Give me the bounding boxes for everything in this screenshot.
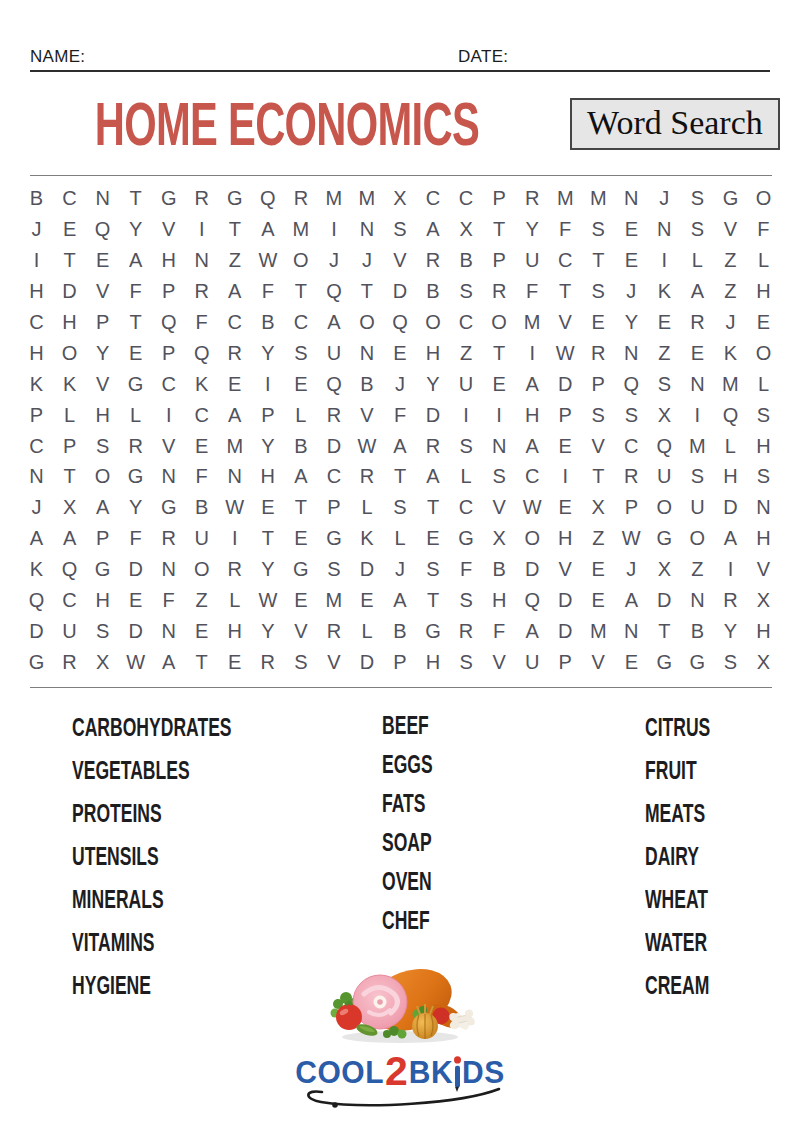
grid-cell: Y (129, 497, 142, 517)
grid-cell: G (293, 559, 309, 579)
grid-cell: K (195, 374, 208, 394)
grid-cell: S (294, 652, 307, 672)
grid-cell: G (227, 188, 243, 208)
grid-cell: C (459, 188, 473, 208)
grid-cell: S (592, 281, 605, 301)
grid-cell: T (130, 312, 142, 332)
grid-cell: L (361, 621, 372, 641)
grid-cell: O (524, 528, 540, 548)
grid-cell: Z (691, 559, 703, 579)
grid-cell: T (295, 497, 307, 517)
grid-cell: P (625, 497, 638, 517)
grid-cell: P (63, 436, 76, 456)
grid-cell: H (62, 312, 76, 332)
grid-cell: N (624, 343, 638, 363)
grid-cell: N (360, 343, 374, 363)
grid-cell: V (724, 219, 737, 239)
grid-cell: Y (129, 219, 142, 239)
grid-cell: T (262, 528, 274, 548)
name-label: NAME: (30, 47, 85, 67)
grid-cell: S (691, 466, 704, 486)
grid-cell: A (393, 590, 406, 610)
grid-cell: G (29, 652, 45, 672)
grid-cell: Z (592, 528, 604, 548)
grid-cell: K (360, 528, 373, 548)
grid-cell: T (493, 343, 505, 363)
word-label: WHEAT (645, 884, 708, 915)
grid-cell: H (492, 590, 506, 610)
grid-cell: G (95, 559, 111, 579)
grid-cell: M (326, 188, 343, 208)
grid-cell: S (625, 405, 638, 425)
grid-cell: C (327, 466, 341, 486)
grid-cell: A (525, 374, 538, 394)
grid-cell: V (96, 374, 109, 394)
grid-cell: A (525, 436, 538, 456)
grid-cell: E (195, 621, 208, 641)
grid-cell: C (294, 312, 308, 332)
grid-cell: C (29, 312, 43, 332)
grid-cell: Y (261, 621, 274, 641)
grid-cell: H (756, 281, 770, 301)
brand-logo: COOL2BKIDS (0, 1049, 800, 1110)
grid-cell: P (162, 343, 175, 363)
logo-bk: BK (409, 1057, 453, 1089)
grid-cell: P (162, 281, 175, 301)
grid-cell: R (426, 436, 440, 456)
grid-cell: Z (196, 590, 208, 610)
grid-cell: D (29, 621, 43, 641)
grid-cell: P (592, 374, 605, 394)
grid-cell: A (96, 497, 109, 517)
grid-cell: V (592, 436, 605, 456)
grid-cell: Q (62, 559, 78, 579)
grid-cell: E (757, 312, 770, 332)
grid-cell: L (758, 374, 769, 394)
word-list-item: CHEF (382, 901, 447, 940)
grid-cell: E (592, 559, 605, 579)
grid-cell: R (261, 652, 275, 672)
grid-cell: T (361, 281, 373, 301)
grid-cell: M (689, 436, 706, 456)
grid-cell: D (360, 652, 374, 672)
grid-cell: F (460, 559, 472, 579)
grid-cell: U (525, 652, 539, 672)
grid-cell: V (96, 281, 109, 301)
grid-cell: Z (658, 343, 670, 363)
grid-cell: S (691, 219, 704, 239)
grid-cell: I (529, 343, 535, 363)
grid-cell: N (161, 621, 175, 641)
grid-cell: R (492, 281, 506, 301)
grid-cell: M (590, 621, 607, 641)
grid-cell: V (559, 559, 572, 579)
grid-cell: B (360, 374, 373, 394)
grid-cell: N (492, 436, 506, 456)
grid-cell: G (128, 466, 144, 486)
grid-cell: D (723, 497, 737, 517)
grid-cell: G (326, 528, 342, 548)
grid-cell: D (426, 405, 440, 425)
word-label: HYGIENE (72, 970, 151, 1001)
grid-cell: H (426, 343, 440, 363)
grid-cell: V (592, 652, 605, 672)
grid-cell: U (62, 621, 76, 641)
grid-cell: H (756, 621, 770, 641)
grid-cell: M (722, 374, 739, 394)
grid-cell: S (492, 466, 505, 486)
word-list-item: WATER (645, 921, 729, 964)
grid-cell: O (293, 250, 309, 270)
grid-cell: G (161, 188, 177, 208)
grid-cell: C (62, 188, 76, 208)
grid-cell: W (126, 652, 145, 672)
grid-cell: E (691, 343, 704, 363)
grid-cell: N (161, 466, 175, 486)
grid-cell: W (523, 497, 542, 517)
grid-cell: C (62, 590, 76, 610)
grid-cell: E (592, 312, 605, 332)
word-search-grid: BCNTGRGQRMMXCCPRMMNJSGOJEQYVITAMINSAXTYF… (20, 183, 780, 678)
grid-cell: S (393, 219, 406, 239)
grid-cell: G (128, 374, 144, 394)
grid-cell: E (129, 590, 142, 610)
grid-cell: W (258, 590, 277, 610)
grid-cell: W (358, 436, 377, 456)
word-list-item: CARBOHYDRATES (72, 706, 277, 749)
grid-cell: A (228, 405, 241, 425)
grid-cell: Y (261, 559, 274, 579)
grid-cell: B (30, 188, 43, 208)
grid-cell: C (459, 312, 473, 332)
grid-cell: G (161, 497, 177, 517)
grid-cell: B (691, 621, 704, 641)
grid-cell: C (29, 436, 43, 456)
grid-cell: S (757, 405, 770, 425)
grid-cell: X (757, 590, 770, 610)
grid-cell: J (626, 559, 636, 579)
grid-cell: N (95, 188, 109, 208)
grid-cell: F (196, 466, 208, 486)
grid-cell: L (361, 497, 372, 517)
grid-cell: V (162, 219, 175, 239)
grid-cell: A (294, 466, 307, 486)
grid-cell: N (756, 497, 770, 517)
grid-cell: N (624, 621, 638, 641)
grid-cell: S (393, 497, 406, 517)
grid-cell: D (525, 559, 539, 579)
word-list-column-2: BEEFEGGSFATSSOAPOVENCHEF (382, 706, 447, 940)
grid-cell: T (63, 466, 75, 486)
grid-cell: E (96, 250, 109, 270)
grid-cell: Q (194, 343, 210, 363)
grid-cell: E (592, 590, 605, 610)
grid-cell: T (63, 250, 75, 270)
grid-cell: V (393, 250, 406, 270)
grid-cell: E (228, 374, 241, 394)
grid-cell: B (492, 559, 505, 579)
grid-cell: Y (261, 436, 274, 456)
grid-cell: T (592, 250, 604, 270)
grid-cell: E (559, 497, 572, 517)
grid-cell: L (394, 528, 405, 548)
grid-cell: B (261, 312, 274, 332)
title-row: HOME ECONOMICS Word Search (0, 94, 800, 154)
grid-cell: D (558, 590, 572, 610)
word-label: OVEN (382, 866, 432, 897)
grid-cell: O (657, 497, 673, 517)
grid-cell: E (625, 250, 638, 270)
grid-cell: W (556, 343, 575, 363)
grid-cell: L (725, 436, 736, 456)
grid-cell: F (163, 590, 175, 610)
grid-cell: R (690, 312, 704, 332)
grid-cell: T (130, 188, 142, 208)
grid-cell: E (360, 590, 373, 610)
grid-cell: F (130, 528, 142, 548)
grid-cell: J (659, 188, 669, 208)
grid-cell: V (757, 559, 770, 579)
grid-cell: F (757, 219, 769, 239)
grid-cell: N (195, 250, 209, 270)
grid-cell: R (624, 466, 638, 486)
date-label: DATE: (458, 47, 508, 67)
word-label: PROTEINS (72, 798, 162, 829)
grid-cell: R (62, 652, 76, 672)
grid-cell: O (359, 312, 375, 332)
word-list-item: CITRUS (645, 706, 729, 749)
grid-cell: R (128, 436, 142, 456)
grid-cell: K (724, 343, 737, 363)
grid-cell: V (492, 652, 505, 672)
grid-cell: N (29, 466, 43, 486)
grid-cell: E (559, 436, 572, 456)
grid-cell: V (360, 405, 373, 425)
grid-cell: Q (260, 188, 276, 208)
grid-cell: H (723, 466, 737, 486)
grid-cell: Q (723, 405, 739, 425)
grid-cell: D (128, 621, 142, 641)
grid-cell: B (459, 250, 472, 270)
grid-cell: L (295, 405, 306, 425)
logo-two: 2 (385, 1051, 408, 1092)
grid-cell: Q (657, 436, 673, 456)
word-label: MINERALS (72, 884, 164, 915)
word-list-item: UTENSILS (72, 835, 277, 878)
grid-cell: O (62, 343, 78, 363)
word-list-item: VEGETABLES (72, 749, 277, 792)
grid-cell: C (459, 497, 473, 517)
grid-cell: W (225, 497, 244, 517)
word-label: UTENSILS (72, 841, 159, 872)
grid-cell: T (658, 621, 670, 641)
word-list-item: MINERALS (72, 878, 277, 921)
grid-cell: S (459, 436, 472, 456)
grid-cell: U (525, 250, 539, 270)
grid-cell: A (393, 436, 406, 456)
grid-cell: P (96, 312, 109, 332)
word-list-item: HYGIENE (72, 964, 277, 1007)
grid-cell: E (129, 343, 142, 363)
grid-cell: W (622, 528, 641, 548)
grid-cell: G (425, 621, 441, 641)
grid-cell: C (624, 436, 638, 456)
grid-cell: J (626, 281, 636, 301)
ham-vegetables-illustration (322, 956, 482, 1046)
grid-cell: I (562, 466, 568, 486)
word-label: CHEF (382, 905, 430, 936)
word-list-item: BEEF (382, 706, 447, 745)
grid-cell: K (30, 374, 43, 394)
grid-cell: H (756, 436, 770, 456)
grid-cell: S (691, 188, 704, 208)
grid-cell: L (130, 405, 141, 425)
grid-cell: R (195, 281, 209, 301)
grid-cell: A (63, 528, 76, 548)
word-search-badge: Word Search (570, 98, 780, 150)
grid-cell: F (559, 219, 571, 239)
grid-cell: S (459, 590, 472, 610)
grid-cell: A (327, 312, 340, 332)
word-label: CITRUS (645, 712, 710, 743)
grid-cell: N (690, 590, 704, 610)
grid-cell: P (30, 405, 43, 425)
grid-cell: T (493, 219, 505, 239)
grid-cell: Y (261, 343, 274, 363)
grid-cell: R (161, 528, 175, 548)
grid-cell: S (724, 652, 737, 672)
grid-cell: Y (724, 621, 737, 641)
grid-cell: X (658, 559, 671, 579)
grid-cell: R (723, 590, 737, 610)
grid-cell: N (161, 559, 175, 579)
grid-cell: I (331, 219, 337, 239)
word-label: BEEF (382, 710, 429, 741)
grid-cell: A (162, 652, 175, 672)
grid-cell: I (232, 528, 238, 548)
grid-cell: O (491, 312, 507, 332)
grid-cell: D (558, 374, 572, 394)
grid-cell: I (166, 405, 172, 425)
word-list-item: WHEAT (645, 878, 729, 921)
grid-cell: A (426, 466, 439, 486)
grid-cell: P (327, 497, 340, 517)
grid-cell: R (195, 188, 209, 208)
grid-cell: R (228, 559, 242, 579)
grid-cell: E (426, 528, 439, 548)
grid-cell: B (294, 436, 307, 456)
grid-cell: C (228, 312, 242, 332)
grid-cell: R (426, 250, 440, 270)
grid-cell: V (294, 621, 307, 641)
grid-cell: P (492, 250, 505, 270)
grid-cell: X (757, 652, 770, 672)
grid-cell: S (294, 343, 307, 363)
logo-ds: DS (462, 1057, 505, 1089)
grid-cell: K (658, 281, 671, 301)
grid-cell: N (657, 219, 671, 239)
grid-cell: X (592, 497, 605, 517)
grid-cell: C (525, 466, 539, 486)
grid-cell: C (195, 405, 209, 425)
grid-cell: I (728, 559, 734, 579)
grid-cell: R (228, 343, 242, 363)
grid-cell: L (229, 590, 240, 610)
word-label: WATER (645, 927, 707, 958)
grid-cell: E (625, 219, 638, 239)
grid-cell: P (96, 528, 109, 548)
grid-cell: X (658, 405, 671, 425)
grid-cell: K (63, 374, 76, 394)
grid-cell: I (34, 250, 40, 270)
grid-cell: A (129, 250, 142, 270)
grid-cell: Z (724, 250, 736, 270)
grid-cell: B (393, 621, 406, 641)
grid-cell: J (362, 250, 372, 270)
grid-top-rule (30, 175, 772, 176)
grid-bottom-rule (30, 687, 772, 688)
grid-cell: S (459, 281, 472, 301)
grid-cell: R (327, 405, 341, 425)
grid-cell: C (426, 188, 440, 208)
grid-cell: H (95, 590, 109, 610)
grid-cell: J (395, 559, 405, 579)
grid-cell: N (360, 219, 374, 239)
grid-cell: H (228, 621, 242, 641)
grid-cell: M (524, 312, 541, 332)
grid-cell: A (261, 219, 274, 239)
grid-cell: Y (625, 312, 638, 332)
grid-cell: P (559, 405, 572, 425)
grid-cell: D (62, 281, 76, 301)
grid-cell: A (625, 590, 638, 610)
grid-cell: T (592, 466, 604, 486)
grid-cell: S (592, 405, 605, 425)
grid-cell: C (161, 374, 175, 394)
grid-cell: X (96, 652, 109, 672)
grid-cell: W (258, 250, 277, 270)
grid-cell: X (63, 497, 76, 517)
grid-cell: H (161, 250, 175, 270)
grid-cell: S (426, 559, 439, 579)
grid-cell: C (558, 250, 572, 270)
grid-cell: T (295, 281, 307, 301)
grid-cell: Q (161, 312, 177, 332)
grid-cell: Y (96, 343, 109, 363)
logo-pencil-i-icon: I (453, 1057, 462, 1089)
grid-cell: L (758, 250, 769, 270)
grid-cell: S (96, 621, 109, 641)
grid-cell: A (691, 281, 704, 301)
grid-cell: L (64, 405, 75, 425)
word-list-item: DAIRY (645, 835, 729, 878)
grid-cell: E (393, 343, 406, 363)
grid-cell: J (395, 374, 405, 394)
grid-cell: Z (460, 343, 472, 363)
grid-cell: E (228, 652, 241, 672)
grid-cell: I (695, 405, 701, 425)
grid-cell: T (394, 466, 406, 486)
grid-cell: R (525, 188, 539, 208)
grid-cell: S (96, 436, 109, 456)
grid-cell: H (756, 528, 770, 548)
grid-cell: T (427, 590, 439, 610)
word-label: CARBOHYDRATES (72, 712, 232, 743)
grid-cell: Q (95, 219, 111, 239)
grid-cell: D (558, 621, 572, 641)
grid-cell: E (294, 590, 307, 610)
grid-cell: X (492, 528, 505, 548)
